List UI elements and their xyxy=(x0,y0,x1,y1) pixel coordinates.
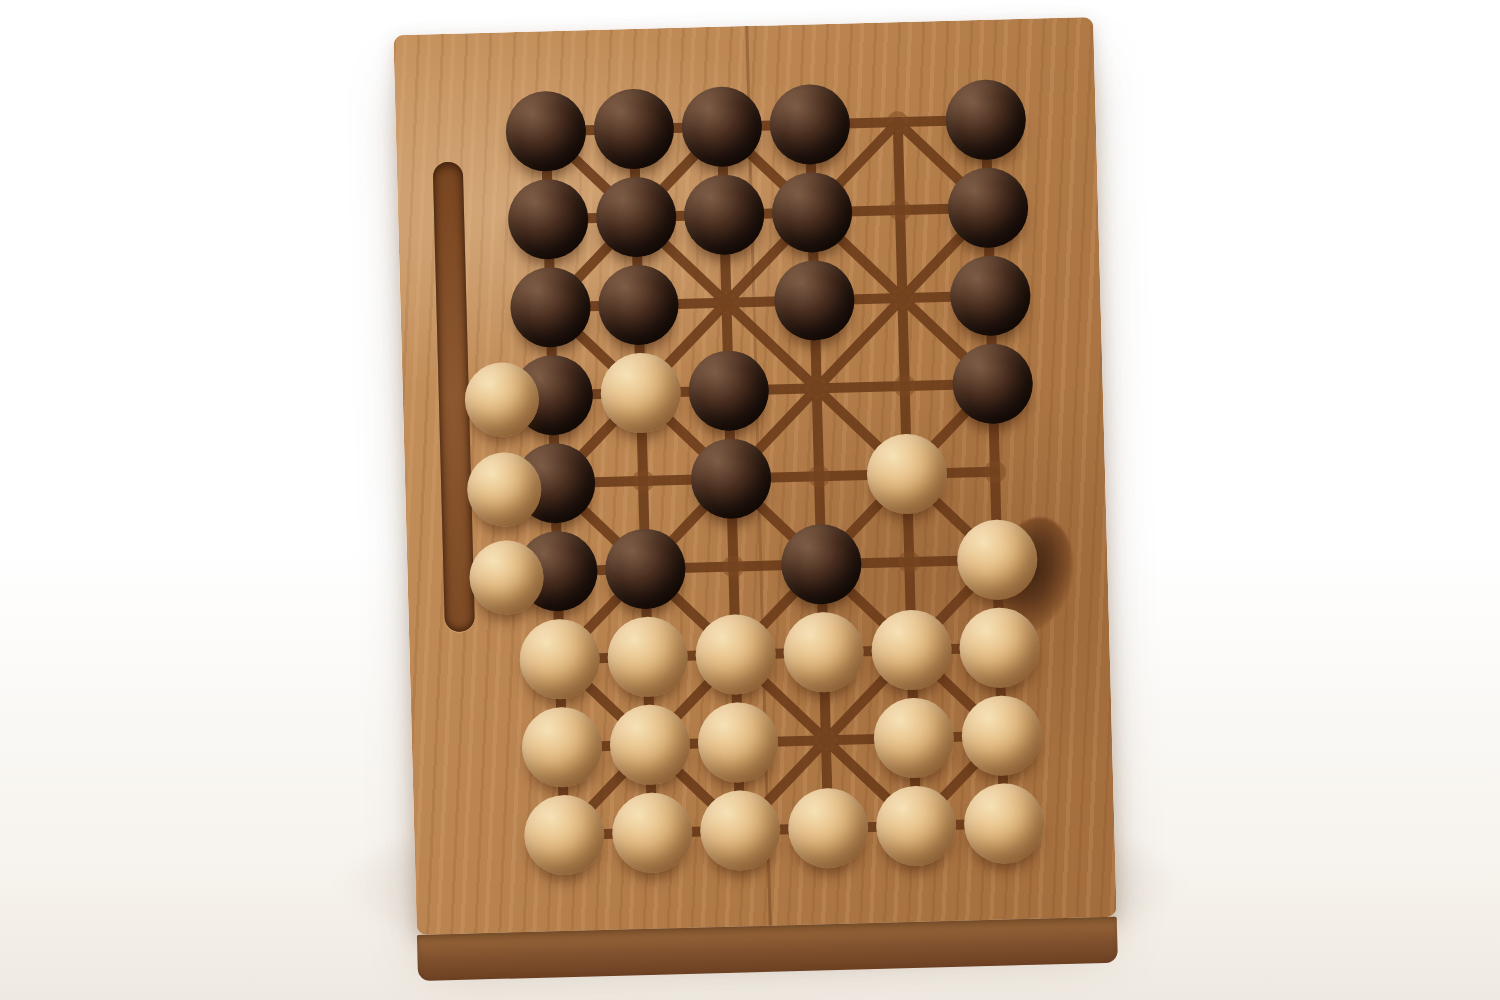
board-point[interactable] xyxy=(889,199,912,222)
board-point[interactable] xyxy=(808,465,831,488)
board-point[interactable] xyxy=(898,551,921,574)
game-board xyxy=(393,17,1116,935)
board-point[interactable] xyxy=(632,470,655,493)
board-point[interactable] xyxy=(893,375,916,398)
board-lattice xyxy=(546,120,1004,835)
board-point[interactable] xyxy=(722,555,745,578)
board-point[interactable] xyxy=(984,460,1007,483)
